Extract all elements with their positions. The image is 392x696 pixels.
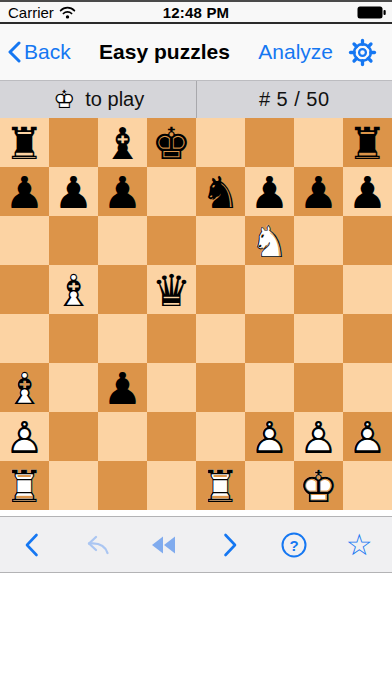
chess-board: ♜♝♚♜♟♟♟♞♟♟♟♞♘♝♗♛♝♗♟♟♙♟♙♟♙♟♙♜♖♜♖♚♔: [0, 118, 392, 510]
square-f6[interactable]: ♞♘: [245, 216, 294, 265]
square-g3[interactable]: [294, 363, 343, 412]
piece-black-pawn[interactable]: ♟: [245, 167, 294, 216]
piece-black-pawn[interactable]: ♟: [0, 167, 49, 216]
square-g6[interactable]: [294, 216, 343, 265]
back-chevron-icon: [8, 41, 21, 63]
clock-time: 12:48 PM: [0, 4, 392, 21]
favorite-button[interactable]: ☆: [327, 517, 392, 572]
square-h7[interactable]: ♟: [343, 167, 392, 216]
square-c4[interactable]: [98, 314, 147, 363]
rewind-icon: [150, 532, 177, 558]
square-d5[interactable]: ♛: [147, 265, 196, 314]
square-f8[interactable]: [245, 118, 294, 167]
next-move-button[interactable]: [196, 517, 261, 572]
square-b1[interactable]: [49, 461, 98, 510]
settings-button[interactable]: [347, 37, 378, 68]
piece-white-bishop[interactable]: ♝♗: [49, 265, 98, 314]
square-a4[interactable]: [0, 314, 49, 363]
piece-white-knight[interactable]: ♞♘: [245, 216, 294, 265]
navigation-bar: Back Easy puzzles Analyze: [0, 24, 392, 80]
info-bar: ♚ ♔ to play # 5 / 50: [0, 80, 392, 118]
square-d8[interactable]: ♚: [147, 118, 196, 167]
square-c6[interactable]: [98, 216, 147, 265]
square-f4[interactable]: [245, 314, 294, 363]
square-h6[interactable]: [343, 216, 392, 265]
piece-white-pawn[interactable]: ♟♙: [294, 412, 343, 461]
square-a8[interactable]: ♜: [0, 118, 49, 167]
square-h1[interactable]: [343, 461, 392, 510]
square-e5[interactable]: [196, 265, 245, 314]
rewind-button[interactable]: [131, 517, 196, 572]
square-h5[interactable]: [343, 265, 392, 314]
square-h3[interactable]: [343, 363, 392, 412]
to-play-label: to play: [85, 88, 144, 111]
piece-black-pawn[interactable]: ♟: [98, 363, 147, 412]
square-c2[interactable]: [98, 412, 147, 461]
piece-black-pawn[interactable]: ♟: [98, 167, 147, 216]
chevron-left-icon: [20, 532, 46, 558]
square-e1[interactable]: ♜♖: [196, 461, 245, 510]
undo-button[interactable]: [65, 517, 130, 572]
piece-black-rook[interactable]: ♜: [0, 118, 49, 167]
square-e8[interactable]: [196, 118, 245, 167]
square-e2[interactable]: [196, 412, 245, 461]
square-a3[interactable]: ♝♗: [0, 363, 49, 412]
square-f7[interactable]: ♟: [245, 167, 294, 216]
piece-black-pawn[interactable]: ♟: [294, 167, 343, 216]
square-e7[interactable]: ♞: [196, 167, 245, 216]
square-c5[interactable]: [98, 265, 147, 314]
square-g4[interactable]: [294, 314, 343, 363]
status-bar: Carrier 12:48 PM: [0, 2, 392, 22]
white-king-icon: ♚ ♔: [51, 85, 77, 115]
bottom-toolbar: ? ☆: [0, 516, 392, 573]
piece-black-pawn[interactable]: ♟: [49, 167, 98, 216]
square-e3[interactable]: [196, 363, 245, 412]
piece-black-queen[interactable]: ♛: [147, 265, 196, 314]
square-a1[interactable]: ♜♖: [0, 461, 49, 510]
square-f3[interactable]: [245, 363, 294, 412]
back-label: Back: [24, 40, 71, 64]
square-a5[interactable]: [0, 265, 49, 314]
piece-white-rook[interactable]: ♜♖: [0, 461, 49, 510]
square-f1[interactable]: [245, 461, 294, 510]
piece-white-king[interactable]: ♚♔: [294, 461, 343, 510]
piece-white-bishop[interactable]: ♝♗: [0, 363, 49, 412]
square-e6[interactable]: [196, 216, 245, 265]
square-b4[interactable]: [49, 314, 98, 363]
square-f2[interactable]: ♟♙: [245, 412, 294, 461]
square-b5[interactable]: ♝♗: [49, 265, 98, 314]
square-g1[interactable]: ♚♔: [294, 461, 343, 510]
square-c8[interactable]: ♝: [98, 118, 147, 167]
square-e4[interactable]: [196, 314, 245, 363]
help-question-mark: ?: [289, 536, 298, 553]
piece-white-pawn[interactable]: ♟♙: [343, 412, 392, 461]
square-b8[interactable]: [49, 118, 98, 167]
piece-white-pawn[interactable]: ♟♙: [245, 412, 294, 461]
square-d3[interactable]: [147, 363, 196, 412]
square-d2[interactable]: [147, 412, 196, 461]
gear-icon: [347, 37, 378, 68]
star-icon: ☆: [346, 530, 373, 560]
square-d6[interactable]: [147, 216, 196, 265]
analyze-button[interactable]: Analyze: [258, 40, 333, 64]
previous-move-button[interactable]: [0, 517, 65, 572]
piece-black-rook[interactable]: ♜: [343, 118, 392, 167]
piece-black-pawn[interactable]: ♟: [343, 167, 392, 216]
square-g5[interactable]: [294, 265, 343, 314]
page-title: Easy puzzles: [99, 40, 230, 64]
back-button[interactable]: Back: [8, 40, 71, 64]
square-c3[interactable]: ♟: [98, 363, 147, 412]
square-b7[interactable]: ♟: [49, 167, 98, 216]
piece-black-knight[interactable]: ♞: [196, 167, 245, 216]
piece-black-bishop[interactable]: ♝: [98, 118, 147, 167]
square-g8[interactable]: [294, 118, 343, 167]
square-d1[interactable]: [147, 461, 196, 510]
help-button[interactable]: ?: [261, 517, 326, 572]
puzzle-counter: # 5 / 50: [197, 81, 392, 118]
piece-black-king[interactable]: ♚: [147, 118, 196, 167]
square-a7[interactable]: ♟: [0, 167, 49, 216]
help-icon: ?: [280, 531, 308, 559]
square-d7[interactable]: [147, 167, 196, 216]
square-d4[interactable]: [147, 314, 196, 363]
undo-arrow-icon: [84, 532, 112, 558]
square-c1[interactable]: [98, 461, 147, 510]
square-b2[interactable]: [49, 412, 98, 461]
square-a6[interactable]: [0, 216, 49, 265]
chevron-right-icon: [216, 532, 242, 558]
square-g7[interactable]: ♟: [294, 167, 343, 216]
square-a2[interactable]: ♟♙: [0, 412, 49, 461]
square-b3[interactable]: [49, 363, 98, 412]
square-f5[interactable]: [245, 265, 294, 314]
square-h2[interactable]: ♟♙: [343, 412, 392, 461]
square-c7[interactable]: ♟: [98, 167, 147, 216]
square-h4[interactable]: [343, 314, 392, 363]
square-g2[interactable]: ♟♙: [294, 412, 343, 461]
square-b6[interactable]: [49, 216, 98, 265]
side-to-play: ♚ ♔ to play: [0, 81, 197, 118]
piece-white-rook[interactable]: ♜♖: [196, 461, 245, 510]
square-h8[interactable]: ♜: [343, 118, 392, 167]
piece-white-pawn[interactable]: ♟♙: [0, 412, 49, 461]
